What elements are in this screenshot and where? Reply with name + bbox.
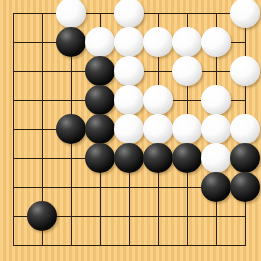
board-point[interactable] [28,173,57,202]
board-point[interactable] [57,173,86,202]
black-stone [85,143,115,173]
board-point[interactable] [28,28,57,57]
board-point[interactable] [115,57,144,86]
board-point[interactable] [231,0,260,28]
board-point[interactable] [231,231,260,260]
board-point[interactable] [144,28,173,57]
black-stone [56,114,86,144]
board-point[interactable] [57,231,86,260]
board-point[interactable] [144,231,173,260]
white-stone [230,114,260,144]
white-stone [201,85,231,115]
white-stone [172,27,202,57]
board-point[interactable] [173,115,202,144]
board-point[interactable] [231,86,260,115]
board-point[interactable] [0,115,28,144]
board-point[interactable] [86,86,115,115]
white-stone [201,114,231,144]
board-point[interactable] [202,115,231,144]
board-point[interactable] [57,144,86,173]
board-point[interactable] [28,57,57,86]
board-point[interactable] [115,86,144,115]
board-point[interactable] [0,144,28,173]
board-point[interactable] [144,0,173,28]
board-point[interactable] [115,173,144,202]
board-point[interactable] [0,0,28,28]
board-point[interactable] [144,86,173,115]
black-stone [201,172,231,202]
board-point[interactable] [57,202,86,231]
board-point[interactable] [28,115,57,144]
board-point[interactable] [57,0,86,28]
black-stone [230,143,260,173]
board-point[interactable] [0,86,28,115]
board-point[interactable] [0,57,28,86]
board-point[interactable] [86,0,115,28]
white-stone [114,27,144,57]
go-board [0,0,261,261]
board-point[interactable] [86,144,115,173]
board-point[interactable] [86,173,115,202]
board-point[interactable] [57,86,86,115]
board-point[interactable] [202,202,231,231]
black-stone [230,172,260,202]
black-stone [85,56,115,86]
black-stone [143,143,173,173]
white-stone [201,143,231,173]
board-point[interactable] [115,202,144,231]
board-point[interactable] [57,28,86,57]
black-stone [85,85,115,115]
board-point[interactable] [0,28,28,57]
white-stone [114,0,144,28]
black-stone [85,114,115,144]
board-point[interactable] [0,202,28,231]
board-point[interactable] [173,28,202,57]
board-point[interactable] [86,231,115,260]
board-point[interactable] [0,173,28,202]
black-stone [27,201,57,231]
white-stone [143,114,173,144]
board-point[interactable] [202,57,231,86]
board-point[interactable] [231,115,260,144]
board-point[interactable] [86,202,115,231]
board-point[interactable] [144,57,173,86]
white-stone [143,85,173,115]
white-stone [172,114,202,144]
board-point[interactable] [57,57,86,86]
board-point[interactable] [173,144,202,173]
white-stone [114,56,144,86]
board-point[interactable] [144,202,173,231]
board-point[interactable] [231,173,260,202]
board-point[interactable] [231,28,260,57]
board-point[interactable] [115,144,144,173]
board-point[interactable] [173,173,202,202]
board-point[interactable] [202,28,231,57]
board-point[interactable] [115,28,144,57]
board-point[interactable] [173,0,202,28]
board-point[interactable] [202,86,231,115]
white-stone [230,56,260,86]
board-point[interactable] [173,86,202,115]
white-stone [201,27,231,57]
board-point[interactable] [144,144,173,173]
board-point[interactable] [231,202,260,231]
board-point[interactable] [115,231,144,260]
board-point[interactable] [115,115,144,144]
board-point[interactable] [86,115,115,144]
black-stone [114,143,144,173]
black-stone [56,27,86,57]
board-point[interactable] [28,86,57,115]
board-point[interactable] [57,115,86,144]
board-point[interactable] [28,144,57,173]
white-stone [85,27,115,57]
white-stone [143,27,173,57]
board-point[interactable] [144,115,173,144]
board-point[interactable] [28,0,57,28]
black-stone [172,143,202,173]
white-stone [56,0,86,28]
board-point[interactable] [86,28,115,57]
board-point[interactable] [115,0,144,28]
board-point[interactable] [173,57,202,86]
white-stone [114,114,144,144]
white-stone [172,56,202,86]
board-point[interactable] [231,57,260,86]
board-point[interactable] [0,231,28,260]
board-point[interactable] [202,144,231,173]
white-stone [114,85,144,115]
board-point[interactable] [28,202,57,231]
white-stone [230,0,260,28]
board-point[interactable] [202,0,231,28]
board-point[interactable] [86,57,115,86]
board-point[interactable] [28,231,57,260]
board-point[interactable] [173,231,202,260]
board-point[interactable] [202,231,231,260]
board-point[interactable] [144,173,173,202]
board-point[interactable] [231,144,260,173]
board-point[interactable] [202,173,231,202]
board-point[interactable] [173,202,202,231]
